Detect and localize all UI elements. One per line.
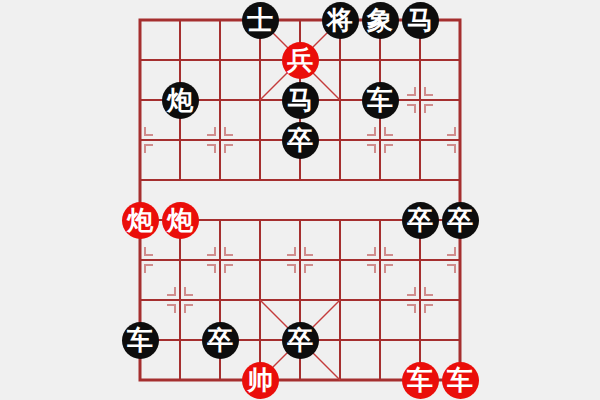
point-3-0[interactable]: 士 [240,0,280,40]
point-7-2[interactable] [400,80,440,120]
point-8-8[interactable] [440,320,480,360]
piece-red-cannon[interactable]: 炮 [122,202,159,239]
point-5-3[interactable] [320,120,360,160]
point-8-3[interactable] [440,120,480,160]
point-6-6[interactable] [360,240,400,280]
point-0-5[interactable]: 炮 [120,200,160,240]
point-2-3[interactable] [200,120,240,160]
point-4-4[interactable] [280,160,320,200]
point-3-6[interactable] [240,240,280,280]
point-6-3[interactable] [360,120,400,160]
point-8-6[interactable] [440,240,480,280]
point-0-4[interactable] [120,160,160,200]
piece-red-chariot[interactable]: 车 [442,362,479,399]
piece-black-horse[interactable]: 马 [402,2,439,39]
piece-black-horse[interactable]: 马 [282,82,319,119]
point-2-4[interactable] [200,160,240,200]
point-3-9[interactable]: 帅 [240,360,280,400]
piece-red-cannon[interactable]: 炮 [162,202,199,239]
point-7-4[interactable] [400,160,440,200]
piece-black-chariot[interactable]: 车 [362,82,399,119]
point-6-0[interactable]: 象 [360,0,400,40]
piece-black-soldier[interactable]: 卒 [282,322,319,359]
point-5-9[interactable] [320,360,360,400]
point-4-6[interactable] [280,240,320,280]
point-1-6[interactable] [160,240,200,280]
piece-black-elephant[interactable]: 象 [362,2,399,39]
point-1-9[interactable] [160,360,200,400]
point-1-1[interactable] [160,40,200,80]
point-5-4[interactable] [320,160,360,200]
piece-black-soldier[interactable]: 卒 [282,122,319,159]
point-0-7[interactable] [120,280,160,320]
point-2-7[interactable] [200,280,240,320]
point-0-8[interactable]: 车 [120,320,160,360]
point-0-0[interactable] [120,0,160,40]
point-4-1[interactable]: 兵 [280,40,320,80]
point-8-0[interactable] [440,0,480,40]
point-8-9[interactable]: 车 [440,360,480,400]
point-7-1[interactable] [400,40,440,80]
point-0-3[interactable] [120,120,160,160]
piece-black-soldier[interactable]: 卒 [402,202,439,239]
point-8-4[interactable] [440,160,480,200]
point-7-9[interactable]: 车 [400,360,440,400]
point-8-1[interactable] [440,40,480,80]
point-1-4[interactable] [160,160,200,200]
point-3-5[interactable] [240,200,280,240]
piece-black-general[interactable]: 将 [322,2,359,39]
piece-black-chariot[interactable]: 车 [122,322,159,359]
point-8-5[interactable]: 卒 [440,200,480,240]
point-6-9[interactable] [360,360,400,400]
point-3-8[interactable] [240,320,280,360]
point-2-5[interactable] [200,200,240,240]
point-2-2[interactable] [200,80,240,120]
point-2-6[interactable] [200,240,240,280]
point-0-2[interactable] [120,80,160,120]
point-2-0[interactable] [200,0,240,40]
piece-red-soldier[interactable]: 兵 [282,42,319,79]
point-5-5[interactable] [320,200,360,240]
point-3-3[interactable] [240,120,280,160]
point-2-1[interactable] [200,40,240,80]
point-0-1[interactable] [120,40,160,80]
point-7-7[interactable] [400,280,440,320]
point-0-9[interactable] [120,360,160,400]
point-4-8[interactable]: 卒 [280,320,320,360]
point-8-2[interactable] [440,80,480,120]
point-1-7[interactable] [160,280,200,320]
point-3-1[interactable] [240,40,280,80]
piece-black-cannon[interactable]: 炮 [162,82,199,119]
board-grid: 士将象马兵炮马车卒炮炮卒卒车卒卒帅车车 [120,0,480,400]
point-5-0[interactable]: 将 [320,0,360,40]
point-6-4[interactable] [360,160,400,200]
point-7-0[interactable]: 马 [400,0,440,40]
point-6-8[interactable] [360,320,400,360]
xiangqi-board: 士将象马兵炮马车卒炮炮卒卒车卒卒帅车车 [0,0,600,400]
point-4-7[interactable] [280,280,320,320]
point-6-7[interactable] [360,280,400,320]
point-5-7[interactable] [320,280,360,320]
point-7-6[interactable] [400,240,440,280]
point-1-2[interactable]: 炮 [160,80,200,120]
point-4-2[interactable]: 马 [280,80,320,120]
point-0-6[interactable] [120,240,160,280]
point-1-8[interactable] [160,320,200,360]
point-4-3[interactable]: 卒 [280,120,320,160]
point-5-1[interactable] [320,40,360,80]
point-6-1[interactable] [360,40,400,80]
piece-black-advisor[interactable]: 士 [242,2,279,39]
point-7-3[interactable] [400,120,440,160]
point-3-2[interactable] [240,80,280,120]
point-8-7[interactable] [440,280,480,320]
point-3-7[interactable] [240,280,280,320]
point-4-9[interactable] [280,360,320,400]
point-4-0[interactable] [280,0,320,40]
point-5-6[interactable] [320,240,360,280]
point-1-5[interactable]: 炮 [160,200,200,240]
point-7-8[interactable] [400,320,440,360]
point-4-5[interactable] [280,200,320,240]
point-6-5[interactable] [360,200,400,240]
point-1-3[interactable] [160,120,200,160]
point-2-9[interactable] [200,360,240,400]
point-3-4[interactable] [240,160,280,200]
point-5-2[interactable] [320,80,360,120]
piece-black-soldier[interactable]: 卒 [442,202,479,239]
point-6-2[interactable]: 车 [360,80,400,120]
piece-red-chariot[interactable]: 车 [402,362,439,399]
point-5-8[interactable] [320,320,360,360]
point-1-0[interactable] [160,0,200,40]
piece-red-general[interactable]: 帅 [242,362,279,399]
piece-black-soldier[interactable]: 卒 [202,322,239,359]
point-2-8[interactable]: 卒 [200,320,240,360]
point-7-5[interactable]: 卒 [400,200,440,240]
